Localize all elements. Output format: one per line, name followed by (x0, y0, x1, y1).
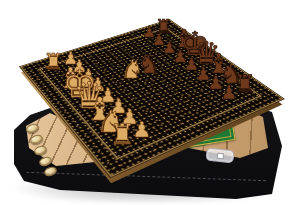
dice-in-bag (217, 153, 225, 160)
chess-set-photo: Modiano ♜♟♟♝♟♚♟♟♛♜♟♟♞♝♞♟♟♞♝♟♟♜♚♟♟♛♟♝♟♞♟♜ (0, 0, 290, 205)
plastic-bag (205, 148, 234, 164)
